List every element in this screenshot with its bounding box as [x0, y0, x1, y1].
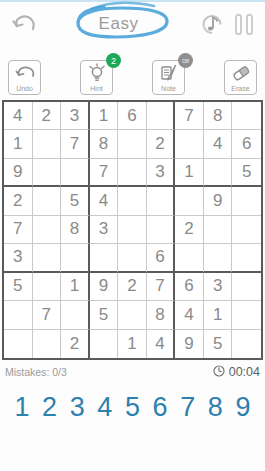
cell-r1c7[interactable]: 7: [175, 102, 204, 130]
undo-icon: [14, 62, 36, 84]
cell-r9c5[interactable]: 1: [118, 330, 147, 358]
cell-r7c9[interactable]: [232, 273, 261, 301]
cell-r7c8[interactable]: 3: [204, 273, 233, 301]
cell-r9c8[interactable]: 5: [204, 330, 233, 358]
cell-r9c3[interactable]: 2: [61, 330, 90, 358]
cell-r8c9[interactable]: [232, 301, 261, 329]
cell-r9c4[interactable]: [90, 330, 119, 358]
cell-r2c4[interactable]: 8: [90, 130, 119, 158]
cell-r7c7[interactable]: 6: [175, 273, 204, 301]
cell-r2c3[interactable]: 7: [61, 130, 90, 158]
cell-r2c5[interactable]: [118, 130, 147, 158]
music-note-icon: [199, 23, 225, 40]
cell-r1c6[interactable]: [147, 102, 176, 130]
cell-r1c1[interactable]: 4: [4, 102, 33, 130]
cell-r2c8[interactable]: 4: [204, 130, 233, 158]
difficulty-title[interactable]: Easy: [64, 5, 174, 43]
numpad-6[interactable]: 6: [149, 392, 171, 423]
status-bar: Mistakes: 0/3 00:04: [0, 360, 265, 384]
erase-label: Erase: [231, 84, 249, 94]
note-label: Note: [161, 84, 176, 94]
eraser-icon: [230, 62, 252, 84]
cell-r8c5[interactable]: [118, 301, 147, 329]
cell-r8c8[interactable]: 1: [204, 301, 233, 329]
cell-r7c1[interactable]: 5: [4, 273, 33, 301]
cell-r3c7[interactable]: 1: [175, 159, 204, 187]
erase-button[interactable]: Erase: [224, 60, 257, 95]
cell-r5c2[interactable]: [33, 216, 62, 244]
toolbar: Undo Hint 2: [0, 60, 265, 95]
clock-icon: [213, 363, 225, 381]
difficulty-label: Easy: [99, 14, 139, 34]
cell-r7c3[interactable]: 1: [61, 273, 90, 301]
cell-r1c8[interactable]: 8: [204, 102, 233, 130]
cell-r8c7[interactable]: 4: [175, 301, 204, 329]
cell-r6c7[interactable]: [175, 244, 204, 272]
cell-r6c8[interactable]: [204, 244, 233, 272]
header-right: [199, 11, 255, 37]
cell-r9c1[interactable]: [4, 330, 33, 358]
cell-r8c4[interactable]: 5: [90, 301, 119, 329]
numpad-8[interactable]: 8: [204, 392, 226, 423]
cell-r7c6[interactable]: 7: [147, 273, 176, 301]
cell-r7c5[interactable]: 2: [118, 273, 147, 301]
cell-r1c4[interactable]: 1: [90, 102, 119, 130]
cell-r9c7[interactable]: 9: [175, 330, 204, 358]
cell-r5c4[interactable]: 3: [90, 216, 119, 244]
numpad-2[interactable]: 2: [39, 392, 61, 423]
mistakes-counter: Mistakes: 0/3: [5, 366, 67, 378]
cell-r2c6[interactable]: 2: [147, 130, 176, 158]
cell-r4c4[interactable]: 4: [90, 187, 119, 215]
cell-r3c3[interactable]: [61, 159, 90, 187]
cell-r6c3[interactable]: [61, 244, 90, 272]
cell-r5c7[interactable]: 2: [175, 216, 204, 244]
cell-r8c3[interactable]: [61, 301, 90, 329]
numpad-9[interactable]: 9: [232, 392, 254, 423]
cell-r1c2[interactable]: 2: [33, 102, 62, 130]
cell-r6c2[interactable]: [33, 244, 62, 272]
bulb-icon: [86, 62, 108, 84]
cell-r5c5[interactable]: [118, 216, 147, 244]
cell-r9c6[interactable]: 4: [147, 330, 176, 358]
cell-r4c9[interactable]: [232, 187, 261, 215]
cell-r8c2[interactable]: 7: [33, 301, 62, 329]
cell-r6c6[interactable]: 6: [147, 244, 176, 272]
cell-r3c9[interactable]: 5: [232, 159, 261, 187]
numpad-3[interactable]: 3: [66, 392, 88, 423]
note-pencil-icon: [158, 62, 180, 84]
cell-r2c1[interactable]: 1: [4, 130, 33, 158]
hint-label: Hint: [90, 84, 102, 94]
cell-r2c7[interactable]: [175, 130, 204, 158]
music-button[interactable]: [199, 11, 225, 37]
cell-r3c5[interactable]: [118, 159, 147, 187]
cell-r6c4[interactable]: [90, 244, 119, 272]
cell-r6c9[interactable]: [232, 244, 261, 272]
cell-r3c8[interactable]: [204, 159, 233, 187]
undo-button[interactable]: Undo: [8, 60, 41, 95]
cell-r2c2[interactable]: [33, 130, 62, 158]
cell-r4c6[interactable]: [147, 187, 176, 215]
cell-r6c5[interactable]: [118, 244, 147, 272]
sudoku-app: Easy: [0, 0, 265, 471]
sudoku-board: 4231678178246973152549783236519276375841…: [2, 100, 263, 360]
cell-r7c4[interactable]: 9: [90, 273, 119, 301]
cell-r5c8[interactable]: [204, 216, 233, 244]
cell-r9c2[interactable]: [33, 330, 62, 358]
numpad-5[interactable]: 5: [122, 392, 144, 423]
cell-r1c9[interactable]: [232, 102, 261, 130]
cell-r5c6[interactable]: [147, 216, 176, 244]
pause-icon: [235, 14, 253, 35]
back-button[interactable]: [10, 12, 38, 36]
numpad-7[interactable]: 7: [177, 392, 199, 423]
cell-r4c5[interactable]: [118, 187, 147, 215]
cell-r4c7[interactable]: [175, 187, 204, 215]
cell-r8c6[interactable]: 8: [147, 301, 176, 329]
cell-r8c1[interactable]: [4, 301, 33, 329]
pause-button[interactable]: [233, 12, 255, 37]
cell-r5c3[interactable]: 8: [61, 216, 90, 244]
cell-r7c2[interactable]: [33, 273, 62, 301]
cell-r6c1[interactable]: 3: [4, 244, 33, 272]
cell-r4c2[interactable]: [33, 187, 62, 215]
cell-r5c1[interactable]: 7: [4, 216, 33, 244]
cell-r4c3[interactable]: 5: [61, 187, 90, 215]
numpad-1[interactable]: 1: [11, 392, 33, 423]
numpad-4[interactable]: 4: [94, 392, 116, 423]
note-toggle-badge: Off: [178, 53, 193, 68]
cell-r2c9[interactable]: 6: [232, 130, 261, 158]
back-arrow-icon: [10, 22, 38, 39]
cell-r1c3[interactable]: 3: [61, 102, 90, 130]
cell-r4c1[interactable]: 2: [4, 187, 33, 215]
undo-label: Undo: [16, 84, 33, 94]
cell-r3c2[interactable]: [33, 159, 62, 187]
hint-count-badge: 2: [106, 53, 121, 68]
cell-r9c9[interactable]: [232, 330, 261, 358]
cell-r4c8[interactable]: 9: [204, 187, 233, 215]
number-pad: 1 2 3 4 5 6 7 8 9: [0, 392, 265, 423]
cell-r3c4[interactable]: 7: [90, 159, 119, 187]
cell-r3c1[interactable]: 9: [4, 159, 33, 187]
cell-r1c5[interactable]: 6: [118, 102, 147, 130]
cell-r5c9[interactable]: [232, 216, 261, 244]
header: Easy: [0, 0, 265, 44]
cell-r3c6[interactable]: 3: [147, 159, 176, 187]
timer-value: 00:04: [229, 365, 260, 379]
